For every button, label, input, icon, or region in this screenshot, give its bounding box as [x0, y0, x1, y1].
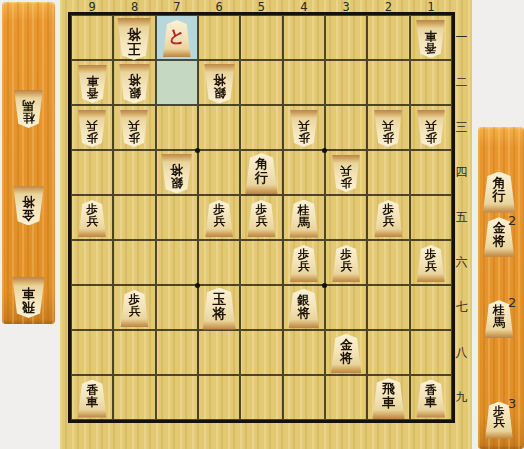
square-3五[interactable]: [325, 195, 367, 240]
square-9一[interactable]: [71, 15, 113, 60]
kanji: 兵: [425, 261, 437, 273]
square-5一[interactable]: [240, 15, 282, 60]
kanji: 兵: [86, 119, 98, 131]
kanji: 馬: [298, 216, 310, 228]
square-4一[interactable]: [283, 15, 325, 60]
file-label-3: 3: [325, 0, 367, 14]
square-2八[interactable]: [367, 330, 409, 375]
file-label-5: 5: [240, 0, 282, 14]
square-3二[interactable]: [325, 60, 367, 105]
kanji: 銀: [128, 86, 141, 99]
square-4八[interactable]: [283, 330, 325, 375]
rank-label-5: 五: [453, 209, 470, 226]
kanji: 車: [86, 396, 98, 408]
gote-captured-tray: [2, 2, 55, 324]
kanji: 将: [212, 306, 226, 320]
kanji: 兵: [256, 216, 268, 228]
kanji: 将: [22, 196, 35, 209]
kanji: 兵: [86, 216, 98, 228]
square-3九[interactable]: [325, 375, 367, 420]
file-label-7: 7: [156, 0, 198, 14]
square-6九[interactable]: [198, 375, 240, 420]
kanji: 兵: [340, 261, 352, 273]
kanji: 車: [22, 286, 35, 300]
kanji: 車: [86, 74, 98, 86]
square-7八[interactable]: [156, 330, 198, 375]
square-7六[interactable]: [156, 240, 198, 285]
kanji: 車: [382, 396, 395, 410]
kanji: 兵: [425, 119, 437, 131]
square-5七[interactable]: [240, 285, 282, 330]
kanji: 香: [86, 86, 98, 98]
kanji: 兵: [129, 306, 141, 318]
kanji: 将: [213, 73, 226, 86]
shogi-app: 987654321一二三四五六七八九王将と香車香車銀将銀将歩兵歩兵歩兵歩兵歩兵銀…: [0, 0, 524, 449]
kanji: 角: [493, 176, 506, 190]
hand-sente-keima-count: 2: [508, 295, 516, 310]
kanji: 行: [255, 171, 268, 185]
square-6一[interactable]: [198, 15, 240, 60]
kanji: 将: [493, 234, 506, 247]
square-8五[interactable]: [113, 195, 155, 240]
kanji: 王: [128, 41, 142, 55]
kanji: 将: [171, 163, 184, 176]
square-2七[interactable]: [367, 285, 409, 330]
kanji: 車: [425, 396, 437, 408]
square-8八[interactable]: [113, 330, 155, 375]
kanji: 車: [425, 29, 437, 41]
hand-sente-fu-count: 3: [508, 396, 516, 411]
kanji: 兵: [298, 119, 310, 131]
hand-sente-kin-count: 2: [508, 213, 516, 228]
square-8四[interactable]: [113, 150, 155, 195]
square-5二[interactable]: [240, 60, 282, 105]
file-label-9: 9: [71, 0, 113, 14]
kanji: 兵: [383, 216, 395, 228]
file-label-4: 4: [283, 0, 325, 14]
kanji: 将: [128, 73, 141, 86]
file-label-2: 2: [367, 0, 409, 14]
square-6四[interactable]: [198, 150, 240, 195]
file-label-1: 1: [410, 0, 452, 14]
kanji: と: [168, 28, 185, 46]
kanji: 将: [128, 27, 142, 41]
kanji: 兵: [383, 119, 395, 131]
square-2二[interactable]: [367, 60, 409, 105]
square-4九[interactable]: [283, 375, 325, 420]
kanji: 将: [340, 351, 353, 364]
square-3一[interactable]: [325, 15, 367, 60]
kanji: 桂: [22, 112, 34, 124]
kanji: 将: [298, 306, 311, 319]
kanji: 銀: [171, 176, 184, 189]
square-6六[interactable]: [198, 240, 240, 285]
square-7二[interactable]: [156, 60, 198, 105]
kanji: 玉: [212, 292, 226, 306]
rank-label-6: 六: [453, 254, 470, 271]
kanji: 兵: [213, 216, 225, 228]
square-2六[interactable]: [367, 240, 409, 285]
kanji: 金: [340, 338, 353, 351]
kanji: 馬: [22, 99, 34, 111]
square-2四[interactable]: [367, 150, 409, 195]
kanji: 角: [255, 157, 268, 171]
square-9七[interactable]: [71, 285, 113, 330]
rank-label-7: 七: [453, 299, 470, 316]
kanji: 飛: [22, 300, 35, 314]
square-4二[interactable]: [283, 60, 325, 105]
square-7三[interactable]: [156, 105, 198, 150]
kanji: 行: [493, 189, 506, 203]
square-5六[interactable]: [240, 240, 282, 285]
square-1八[interactable]: [410, 330, 452, 375]
kanji: 香: [425, 41, 437, 53]
square-1二[interactable]: [410, 60, 452, 105]
square-1五[interactable]: [410, 195, 452, 240]
kanji: 兵: [298, 261, 310, 273]
square-5八[interactable]: [240, 330, 282, 375]
square-8六[interactable]: [113, 240, 155, 285]
kanji: 銀: [213, 86, 226, 99]
square-5九[interactable]: [240, 375, 282, 420]
rank-label-1: 一: [453, 29, 470, 46]
square-1七[interactable]: [410, 285, 452, 330]
square-5三[interactable]: [240, 105, 282, 150]
square-7七[interactable]: [156, 285, 198, 330]
square-4四[interactable]: [283, 150, 325, 195]
rank-label-9: 九: [453, 389, 470, 406]
square-7九[interactable]: [156, 375, 198, 420]
square-6三[interactable]: [198, 105, 240, 150]
square-9四[interactable]: [71, 150, 113, 195]
file-label-6: 6: [198, 0, 240, 14]
square-8九[interactable]: [113, 375, 155, 420]
kanji: 兵: [340, 164, 352, 176]
square-6八[interactable]: [198, 330, 240, 375]
square-7五[interactable]: [156, 195, 198, 240]
kanji: 飛: [382, 382, 395, 396]
square-9八[interactable]: [71, 330, 113, 375]
square-2一[interactable]: [367, 15, 409, 60]
square-3七[interactable]: [325, 285, 367, 330]
kanji: 馬: [493, 316, 505, 328]
kanji: 兵: [129, 119, 141, 131]
kanji: 金: [22, 209, 35, 222]
file-label-8: 8: [113, 0, 155, 14]
rank-label-4: 四: [453, 164, 470, 181]
square-9六[interactable]: [71, 240, 113, 285]
rank-label-3: 三: [453, 119, 470, 136]
kanji: 兵: [493, 417, 505, 429]
kanji: 銀: [298, 293, 311, 306]
rank-label-8: 八: [453, 344, 470, 361]
square-3三[interactable]: [325, 105, 367, 150]
square-1四[interactable]: [410, 150, 452, 195]
rank-label-2: 二: [453, 74, 470, 91]
